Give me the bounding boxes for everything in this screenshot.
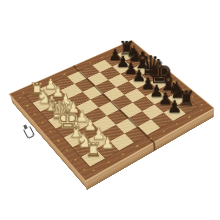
brass-pin xyxy=(63,73,66,75)
product-photo: ♜♞♝♛♚♝♞♜♟♟♟♟♟♟♟♟♟♟♟♟♟♟♟♟♜♞♝♛♚♝♞♜ xyxy=(0,0,220,220)
brass-pin xyxy=(135,145,139,148)
brass-pin xyxy=(199,109,202,111)
brass-pin xyxy=(91,169,95,172)
brass-pin xyxy=(162,130,166,133)
brass-pin xyxy=(88,62,91,64)
brass-pin xyxy=(187,116,190,118)
brass-pin xyxy=(41,121,45,123)
brass-pin xyxy=(21,91,24,93)
brass-pin xyxy=(74,158,78,161)
piece-white-rook: ♜ xyxy=(85,141,102,160)
perspective-scene: ♜♞♝♛♚♝♞♜♟♟♟♟♟♟♟♟♟♟♟♟♟♟♟♟♜♞♝♛♚♝♞♜ xyxy=(0,0,220,220)
brass-pin xyxy=(57,139,61,142)
square-h1: ♜ xyxy=(81,149,105,167)
piece-white-pawn: ♟ xyxy=(101,136,115,152)
brass-pin xyxy=(83,168,87,171)
brass-pin xyxy=(33,113,36,115)
brass-pin xyxy=(65,149,69,152)
brass-pin xyxy=(106,160,110,163)
brass-pin xyxy=(49,130,53,133)
brass-pin xyxy=(121,152,125,155)
chess-board: ♜♞♝♛♚♝♞♜♟♟♟♟♟♟♟♟♟♟♟♟♟♟♟♟♜♞♝♛♚♝♞♜ xyxy=(9,40,215,182)
brass-pin xyxy=(175,123,178,125)
brass-pin xyxy=(19,96,22,98)
brass-pin xyxy=(200,104,203,106)
camera-tilt: ♜♞♝♛♚♝♞♜♟♟♟♟♟♟♟♟♟♟♟♟♟♟♟♟♜♞♝♛♚♝♞♜ xyxy=(0,0,220,220)
piece-black-pawn: ♟ xyxy=(167,98,182,115)
brass-pin xyxy=(26,104,29,106)
brass-pin xyxy=(101,56,104,58)
